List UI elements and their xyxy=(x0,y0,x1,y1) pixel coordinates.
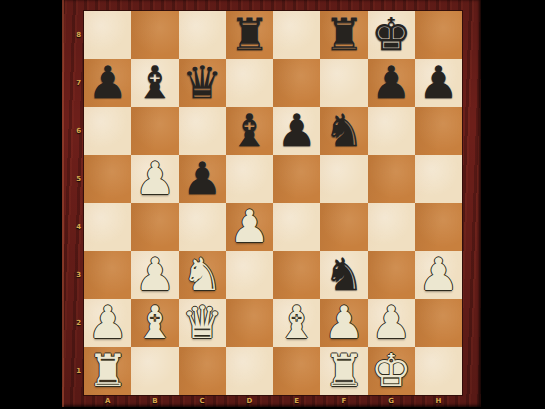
piece-white-pawn[interactable]: ♟ xyxy=(135,156,175,201)
square-a8[interactable] xyxy=(84,11,131,59)
rank-label-3: 3 xyxy=(62,251,84,299)
piece-black-pawn[interactable]: ♟ xyxy=(87,60,127,105)
piece-white-pawn[interactable]: ♟ xyxy=(87,300,127,345)
file-label-g: G xyxy=(368,395,415,407)
square-g5[interactable] xyxy=(368,155,415,203)
piece-white-bishop[interactable]: ♝ xyxy=(135,300,175,345)
square-g6[interactable] xyxy=(368,107,415,155)
file-label-a: A xyxy=(84,395,131,407)
square-c1[interactable] xyxy=(179,347,226,395)
square-g4[interactable] xyxy=(368,203,415,251)
square-d4[interactable]: ♟ xyxy=(226,203,273,251)
square-e4[interactable] xyxy=(273,203,320,251)
square-c4[interactable] xyxy=(179,203,226,251)
piece-white-pawn[interactable]: ♟ xyxy=(371,300,411,345)
file-label-d: D xyxy=(226,395,273,407)
file-label-c: C xyxy=(179,395,226,407)
rank-label-6: 6 xyxy=(62,107,84,155)
square-c3[interactable]: ♞ xyxy=(179,251,226,299)
square-b2[interactable]: ♝ xyxy=(131,299,178,347)
square-c2[interactable]: ♛ xyxy=(179,299,226,347)
square-e6[interactable]: ♟ xyxy=(273,107,320,155)
square-e5[interactable] xyxy=(273,155,320,203)
square-b4[interactable] xyxy=(131,203,178,251)
square-e2[interactable]: ♝ xyxy=(273,299,320,347)
square-a6[interactable] xyxy=(84,107,131,155)
piece-white-bishop[interactable]: ♝ xyxy=(276,300,316,345)
rank-label-7: 7 xyxy=(62,59,84,107)
square-f3[interactable]: ♞ xyxy=(320,251,367,299)
square-g2[interactable]: ♟ xyxy=(368,299,415,347)
square-c5[interactable]: ♟ xyxy=(179,155,226,203)
square-g1[interactable]: ♚ xyxy=(368,347,415,395)
piece-black-knight[interactable]: ♞ xyxy=(324,252,364,297)
piece-white-pawn[interactable]: ♟ xyxy=(324,300,364,345)
piece-black-knight[interactable]: ♞ xyxy=(324,108,364,153)
screenshot-root: { "game": "chess", "position": { "fen": … xyxy=(0,0,545,409)
piece-black-pawn[interactable]: ♟ xyxy=(418,60,458,105)
rank-label-8: 8 xyxy=(62,11,84,59)
piece-black-queen[interactable]: ♛ xyxy=(182,60,222,105)
square-e7[interactable] xyxy=(273,59,320,107)
square-d3[interactable] xyxy=(226,251,273,299)
square-h8[interactable] xyxy=(415,11,462,59)
piece-white-queen[interactable]: ♛ xyxy=(182,300,222,345)
square-h3[interactable]: ♟ xyxy=(415,251,462,299)
square-b8[interactable] xyxy=(131,11,178,59)
square-e1[interactable] xyxy=(273,347,320,395)
square-e3[interactable] xyxy=(273,251,320,299)
square-f5[interactable] xyxy=(320,155,367,203)
square-f2[interactable]: ♟ xyxy=(320,299,367,347)
piece-white-pawn[interactable]: ♟ xyxy=(229,204,269,249)
piece-black-pawn[interactable]: ♟ xyxy=(371,60,411,105)
piece-white-knight[interactable]: ♞ xyxy=(182,252,222,297)
piece-black-rook[interactable]: ♜ xyxy=(229,12,269,57)
square-c6[interactable] xyxy=(179,107,226,155)
square-f4[interactable] xyxy=(320,203,367,251)
square-a1[interactable]: ♜ xyxy=(84,347,131,395)
square-d5[interactable] xyxy=(226,155,273,203)
piece-white-king[interactable]: ♚ xyxy=(371,348,411,393)
square-h4[interactable] xyxy=(415,203,462,251)
square-c8[interactable] xyxy=(179,11,226,59)
square-b3[interactable]: ♟ xyxy=(131,251,178,299)
rank-label-1: 1 xyxy=(62,347,84,395)
square-c7[interactable]: ♛ xyxy=(179,59,226,107)
square-f7[interactable] xyxy=(320,59,367,107)
square-h6[interactable] xyxy=(415,107,462,155)
rank-labels: 87654321 xyxy=(62,11,84,395)
square-b7[interactable]: ♝ xyxy=(131,59,178,107)
square-h7[interactable]: ♟ xyxy=(415,59,462,107)
square-h5[interactable] xyxy=(415,155,462,203)
square-g8[interactable]: ♚ xyxy=(368,11,415,59)
rank-label-4: 4 xyxy=(62,203,84,251)
piece-black-bishop[interactable]: ♝ xyxy=(229,108,269,153)
square-f1[interactable]: ♜ xyxy=(320,347,367,395)
square-a4[interactable] xyxy=(84,203,131,251)
square-d6[interactable]: ♝ xyxy=(226,107,273,155)
square-h2[interactable] xyxy=(415,299,462,347)
file-label-f: F xyxy=(320,395,367,407)
piece-black-pawn[interactable]: ♟ xyxy=(182,156,222,201)
file-label-e: E xyxy=(273,395,320,407)
file-labels: ABCDEFGH xyxy=(84,395,462,407)
square-a7[interactable]: ♟ xyxy=(84,59,131,107)
square-b5[interactable]: ♟ xyxy=(131,155,178,203)
square-f8[interactable]: ♜ xyxy=(320,11,367,59)
piece-white-pawn[interactable]: ♟ xyxy=(135,252,175,297)
square-e8[interactable] xyxy=(273,11,320,59)
square-b6[interactable] xyxy=(131,107,178,155)
square-d8[interactable]: ♜ xyxy=(226,11,273,59)
rank-label-5: 5 xyxy=(62,155,84,203)
square-d2[interactable] xyxy=(226,299,273,347)
square-a5[interactable] xyxy=(84,155,131,203)
piece-black-bishop[interactable]: ♝ xyxy=(135,60,175,105)
square-g7[interactable]: ♟ xyxy=(368,59,415,107)
square-a2[interactable]: ♟ xyxy=(84,299,131,347)
square-g3[interactable] xyxy=(368,251,415,299)
square-h1[interactable] xyxy=(415,347,462,395)
chessboard[interactable]: ♜♜♚♟♝♛♟♟♝♟♞♟♟♟♟♞♞♟♟♝♛♝♟♟♜♜♚ xyxy=(84,11,462,395)
file-label-h: H xyxy=(415,395,462,407)
piece-black-pawn[interactable]: ♟ xyxy=(276,108,316,153)
piece-black-rook[interactable]: ♜ xyxy=(324,12,364,57)
piece-white-rook[interactable]: ♜ xyxy=(87,348,127,393)
chessboard-frame: 87654321 ♜♜♚♟♝♛♟♟♝♟♞♟♟♟♟♞♞♟♟♝♛♝♟♟♜♜♚ ABC… xyxy=(62,0,481,407)
square-d1[interactable] xyxy=(226,347,273,395)
piece-white-rook[interactable]: ♜ xyxy=(324,348,364,393)
video-frame: 87654321 ♜♜♚♟♝♛♟♟♝♟♞♟♟♟♟♞♞♟♟♝♛♝♟♟♜♜♚ ABC… xyxy=(0,0,545,409)
rank-label-2: 2 xyxy=(62,299,84,347)
square-f6[interactable]: ♞ xyxy=(320,107,367,155)
square-b1[interactable] xyxy=(131,347,178,395)
file-label-b: B xyxy=(131,395,178,407)
square-d7[interactable] xyxy=(226,59,273,107)
piece-white-pawn[interactable]: ♟ xyxy=(418,252,458,297)
square-a3[interactable] xyxy=(84,251,131,299)
piece-black-king[interactable]: ♚ xyxy=(371,12,411,57)
